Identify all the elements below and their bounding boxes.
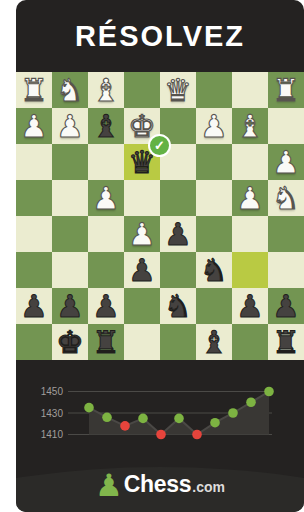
square-r4c1[interactable] bbox=[52, 216, 88, 252]
square-r0c5[interactable] bbox=[196, 72, 232, 108]
piece-black-rook: ♜ bbox=[92, 324, 120, 360]
piece-black-bishop: ♝ bbox=[92, 108, 120, 144]
piece-black-knight: ♞ bbox=[200, 252, 228, 288]
rating-point-red bbox=[120, 421, 130, 431]
piece-black-king: ♚ bbox=[56, 324, 84, 360]
square-r1c5[interactable]: ♟ bbox=[196, 108, 232, 144]
square-r4c4[interactable]: ♟ bbox=[160, 216, 196, 252]
rating-point-red bbox=[192, 430, 202, 440]
square-r6c4[interactable]: ♞ bbox=[160, 288, 196, 324]
square-r1c2[interactable]: ♝ bbox=[88, 108, 124, 144]
square-r6c1[interactable]: ♟ bbox=[52, 288, 88, 324]
square-r4c2[interactable] bbox=[88, 216, 124, 252]
piece-black-pawn: ♟ bbox=[164, 216, 192, 252]
square-r0c0[interactable]: ♜ bbox=[16, 72, 52, 108]
ytick-1410: 1410 bbox=[41, 429, 64, 440]
piece-black-pawn: ♟ bbox=[20, 288, 48, 324]
square-r4c0[interactable] bbox=[16, 216, 52, 252]
piece-white-bishop: ♝ bbox=[92, 72, 120, 108]
piece-white-pawn: ♟ bbox=[20, 108, 48, 144]
square-r7c7[interactable]: ♜ bbox=[268, 324, 304, 360]
logo-tld-text: .com bbox=[192, 479, 225, 495]
square-r3c3[interactable] bbox=[124, 180, 160, 216]
rating-point-green bbox=[102, 413, 112, 423]
piece-black-knight: ♞ bbox=[164, 288, 192, 324]
square-r6c2[interactable]: ♟ bbox=[88, 288, 124, 324]
square-r6c6[interactable]: ♟ bbox=[232, 288, 268, 324]
piece-white-pawn: ♟ bbox=[200, 108, 228, 144]
square-r2c6[interactable] bbox=[232, 144, 268, 180]
square-r5c6[interactable] bbox=[232, 252, 268, 288]
piece-white-pawn: ♟ bbox=[272, 144, 300, 180]
rating-chart: 145014301410 bbox=[16, 370, 304, 450]
square-r0c4[interactable]: ♛ bbox=[160, 72, 196, 108]
chess-board: ♜♞♝♛♜♟♟♝♚♟♝♛♟♟♟♞♟♟♟♞♟♟♟♞♟♟♚♜♝♜ bbox=[16, 72, 304, 360]
piece-black-bishop: ♝ bbox=[200, 324, 228, 360]
pawn-icon: ♟ bbox=[95, 470, 123, 501]
square-r6c3[interactable] bbox=[124, 288, 160, 324]
square-r7c6[interactable] bbox=[232, 324, 268, 360]
rating-point-green bbox=[138, 414, 148, 424]
app-screenshot: RÉSOLVEZ ♜♞♝♛♜♟♟♝♚♟♝♛♟♟♟♞♟♟♟♞♟♟♟♞♟♟♚♜♝♜ … bbox=[16, 0, 304, 512]
piece-white-knight: ♞ bbox=[56, 72, 84, 108]
ytick-1430: 1430 bbox=[41, 408, 64, 419]
piece-black-rook: ♜ bbox=[272, 324, 300, 360]
rating-point-green bbox=[210, 418, 220, 428]
square-r6c0[interactable]: ♟ bbox=[16, 288, 52, 324]
piece-white-pawn: ♟ bbox=[236, 180, 264, 216]
square-r3c4[interactable] bbox=[160, 180, 196, 216]
check-icon: ✓ bbox=[154, 139, 165, 152]
square-r1c6[interactable]: ♝ bbox=[232, 108, 268, 144]
square-r7c0[interactable] bbox=[16, 324, 52, 360]
rating-point-red bbox=[156, 430, 166, 440]
piece-black-pawn: ♟ bbox=[56, 288, 84, 324]
piece-black-pawn: ♟ bbox=[236, 288, 264, 324]
square-r2c1[interactable] bbox=[52, 144, 88, 180]
square-r2c0[interactable] bbox=[16, 144, 52, 180]
square-r7c1[interactable]: ♚ bbox=[52, 324, 88, 360]
square-r4c3[interactable]: ♟ bbox=[124, 216, 160, 252]
square-r1c7[interactable] bbox=[268, 108, 304, 144]
square-r5c2[interactable] bbox=[88, 252, 124, 288]
square-r1c1[interactable]: ♟ bbox=[52, 108, 88, 144]
square-r6c7[interactable]: ♟ bbox=[268, 288, 304, 324]
rating-point-green bbox=[84, 403, 94, 413]
rating-point-green bbox=[264, 387, 274, 397]
piece-white-pawn: ♟ bbox=[56, 108, 84, 144]
square-r5c7[interactable] bbox=[268, 252, 304, 288]
piece-white-pawn: ♟ bbox=[92, 180, 120, 216]
piece-white-rook: ♜ bbox=[272, 72, 300, 108]
header: RÉSOLVEZ bbox=[16, 0, 304, 72]
square-r7c5[interactable]: ♝ bbox=[196, 324, 232, 360]
square-r3c6[interactable]: ♟ bbox=[232, 180, 268, 216]
piece-white-knight: ♞ bbox=[272, 180, 300, 216]
square-r3c2[interactable]: ♟ bbox=[88, 180, 124, 216]
square-r5c3[interactable]: ♟ bbox=[124, 252, 160, 288]
square-r5c0[interactable] bbox=[16, 252, 52, 288]
piece-white-rook: ♜ bbox=[20, 72, 48, 108]
piece-white-queen: ♛ bbox=[164, 72, 192, 108]
square-r7c4[interactable] bbox=[160, 324, 196, 360]
square-r5c1[interactable] bbox=[52, 252, 88, 288]
logo-brand-text: Chess bbox=[124, 471, 192, 498]
square-r1c0[interactable]: ♟ bbox=[16, 108, 52, 144]
square-r2c5[interactable] bbox=[196, 144, 232, 180]
piece-black-pawn: ♟ bbox=[128, 252, 156, 288]
square-r0c3[interactable] bbox=[124, 72, 160, 108]
rating-point-green bbox=[228, 408, 238, 418]
piece-black-pawn: ♟ bbox=[92, 288, 120, 324]
square-r4c6[interactable] bbox=[232, 216, 268, 252]
square-r2c7[interactable]: ♟ bbox=[268, 144, 304, 180]
square-r7c2[interactable]: ♜ bbox=[88, 324, 124, 360]
rating-point-green bbox=[246, 397, 256, 407]
square-r0c6[interactable] bbox=[232, 72, 268, 108]
page-title: RÉSOLVEZ bbox=[75, 20, 245, 53]
chesscom-logo: ♟ Chess .com bbox=[16, 466, 304, 498]
square-r2c2[interactable] bbox=[88, 144, 124, 180]
square-r0c7[interactable]: ♜ bbox=[268, 72, 304, 108]
square-r3c0[interactable] bbox=[16, 180, 52, 216]
piece-white-bishop: ♝ bbox=[236, 108, 264, 144]
square-r5c5[interactable]: ♞ bbox=[196, 252, 232, 288]
square-r4c7[interactable] bbox=[268, 216, 304, 252]
square-r0c2[interactable]: ♝ bbox=[88, 72, 124, 108]
square-r5c4[interactable] bbox=[160, 252, 196, 288]
square-r3c5[interactable] bbox=[196, 180, 232, 216]
correct-move-badge: ✓ bbox=[148, 134, 171, 157]
square-r3c7[interactable]: ♞ bbox=[268, 180, 304, 216]
piece-black-pawn: ♟ bbox=[272, 288, 300, 324]
rating-point-green bbox=[174, 414, 184, 424]
square-r0c1[interactable]: ♞ bbox=[52, 72, 88, 108]
square-r6c5[interactable] bbox=[196, 288, 232, 324]
square-r7c3[interactable] bbox=[124, 324, 160, 360]
piece-white-pawn: ♟ bbox=[128, 216, 156, 252]
ytick-1450: 1450 bbox=[41, 386, 64, 397]
square-r4c5[interactable] bbox=[196, 216, 232, 252]
square-r3c1[interactable] bbox=[52, 180, 88, 216]
